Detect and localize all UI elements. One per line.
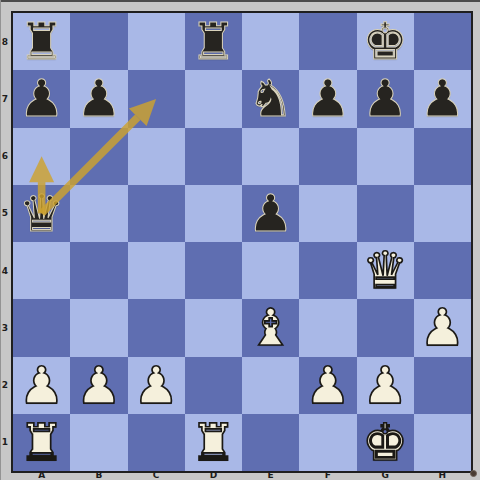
square-d6[interactable] (185, 128, 242, 185)
square-d5[interactable] (185, 185, 242, 242)
rank-label-2: 2 (0, 357, 10, 414)
square-e4[interactable] (242, 242, 299, 299)
square-b8[interactable] (70, 13, 127, 70)
square-e6[interactable] (242, 128, 299, 185)
rank-label-3: 3 (0, 299, 10, 356)
square-c8[interactable] (128, 13, 185, 70)
square-a1[interactable]: ♜ (13, 414, 70, 471)
square-f5[interactable] (299, 185, 356, 242)
file-label-h: H (414, 471, 471, 480)
square-d8[interactable]: ♜ (185, 13, 242, 70)
rank-label-5: 5 (0, 185, 10, 242)
piece-black-pawn[interactable]: ♟ (13, 70, 70, 127)
square-g5[interactable] (357, 185, 414, 242)
square-e7[interactable]: ♞ (242, 70, 299, 127)
square-h1[interactable] (414, 414, 471, 471)
piece-white-pawn[interactable]: ♟ (357, 357, 414, 414)
square-c6[interactable] (128, 128, 185, 185)
square-c4[interactable] (128, 242, 185, 299)
square-c7[interactable] (128, 70, 185, 127)
rank-label-6: 6 (0, 128, 10, 185)
square-a3[interactable] (13, 299, 70, 356)
file-label-g: G (357, 471, 414, 480)
chess-board: ♜♜♚♟♟♞♟♟♟♛♟♛♝♟♟♟♟♟♟♜♜♚ (13, 13, 471, 471)
square-d7[interactable] (185, 70, 242, 127)
square-f8[interactable] (299, 13, 356, 70)
square-d1[interactable]: ♜ (185, 414, 242, 471)
piece-white-pawn[interactable]: ♟ (299, 357, 356, 414)
square-b5[interactable] (70, 185, 127, 242)
piece-white-rook[interactable]: ♜ (13, 414, 70, 471)
square-a4[interactable] (13, 242, 70, 299)
chess-board-frame: ♜♜♚♟♟♞♟♟♟♛♟♛♝♟♟♟♟♟♟♜♜♚ (11, 11, 473, 473)
square-e2[interactable] (242, 357, 299, 414)
resize-handle-dot[interactable] (470, 470, 477, 477)
piece-black-pawn[interactable]: ♟ (70, 70, 127, 127)
square-h6[interactable] (414, 128, 471, 185)
square-g8[interactable]: ♚ (357, 13, 414, 70)
square-f1[interactable] (299, 414, 356, 471)
square-b3[interactable] (70, 299, 127, 356)
square-e3[interactable]: ♝ (242, 299, 299, 356)
square-a5[interactable]: ♛ (13, 185, 70, 242)
piece-white-queen[interactable]: ♛ (357, 242, 414, 299)
square-c3[interactable] (128, 299, 185, 356)
piece-white-pawn[interactable]: ♟ (70, 357, 127, 414)
square-c1[interactable] (128, 414, 185, 471)
square-a7[interactable]: ♟ (13, 70, 70, 127)
square-e8[interactable] (242, 13, 299, 70)
square-a8[interactable]: ♜ (13, 13, 70, 70)
square-b4[interactable] (70, 242, 127, 299)
file-label-d: D (185, 471, 242, 480)
square-g4[interactable]: ♛ (357, 242, 414, 299)
piece-white-bishop[interactable]: ♝ (242, 299, 299, 356)
file-coordinate-labels: ABCDEFGH (13, 471, 471, 480)
square-b1[interactable] (70, 414, 127, 471)
square-f7[interactable]: ♟ (299, 70, 356, 127)
square-h5[interactable] (414, 185, 471, 242)
file-label-c: C (128, 471, 185, 480)
rank-label-8: 8 (0, 13, 10, 70)
square-b7[interactable]: ♟ (70, 70, 127, 127)
piece-white-rook[interactable]: ♜ (185, 414, 242, 471)
piece-black-pawn[interactable]: ♟ (299, 70, 356, 127)
rank-label-1: 1 (0, 414, 10, 471)
square-g2[interactable]: ♟ (357, 357, 414, 414)
square-c2[interactable]: ♟ (128, 357, 185, 414)
square-g3[interactable] (357, 299, 414, 356)
piece-black-knight[interactable]: ♞ (242, 70, 299, 127)
square-d3[interactable] (185, 299, 242, 356)
window-top-edge (0, 0, 480, 2)
piece-black-pawn[interactable]: ♟ (357, 70, 414, 127)
square-f6[interactable] (299, 128, 356, 185)
square-b2[interactable]: ♟ (70, 357, 127, 414)
file-label-a: A (13, 471, 70, 480)
file-label-f: F (299, 471, 356, 480)
square-b6[interactable] (70, 128, 127, 185)
piece-black-queen[interactable]: ♛ (13, 185, 70, 242)
square-f4[interactable] (299, 242, 356, 299)
square-e5[interactable]: ♟ (242, 185, 299, 242)
square-f2[interactable]: ♟ (299, 357, 356, 414)
piece-black-rook[interactable]: ♜ (185, 13, 242, 70)
square-d2[interactable] (185, 357, 242, 414)
rank-coordinate-labels: 87654321 (0, 13, 11, 471)
square-h7[interactable]: ♟ (414, 70, 471, 127)
piece-white-king[interactable]: ♚ (357, 414, 414, 471)
rank-label-7: 7 (0, 70, 10, 127)
piece-black-rook[interactable]: ♜ (13, 13, 70, 70)
square-h2[interactable] (414, 357, 471, 414)
square-g7[interactable]: ♟ (357, 70, 414, 127)
piece-black-pawn[interactable]: ♟ (242, 185, 299, 242)
file-label-e: E (242, 471, 299, 480)
square-c5[interactable] (128, 185, 185, 242)
square-d4[interactable] (185, 242, 242, 299)
square-a2[interactable]: ♟ (13, 357, 70, 414)
piece-white-pawn[interactable]: ♟ (414, 299, 471, 356)
piece-white-pawn[interactable]: ♟ (13, 357, 70, 414)
rank-label-4: 4 (0, 242, 10, 299)
piece-black-pawn[interactable]: ♟ (414, 70, 471, 127)
square-h8[interactable] (414, 13, 471, 70)
square-f3[interactable] (299, 299, 356, 356)
square-a6[interactable] (13, 128, 70, 185)
piece-white-pawn[interactable]: ♟ (128, 357, 185, 414)
square-g1[interactable]: ♚ (357, 414, 414, 471)
square-h3[interactable]: ♟ (414, 299, 471, 356)
square-e1[interactable] (242, 414, 299, 471)
piece-black-king[interactable]: ♚ (357, 13, 414, 70)
square-h4[interactable] (414, 242, 471, 299)
file-label-b: B (70, 471, 127, 480)
square-g6[interactable] (357, 128, 414, 185)
